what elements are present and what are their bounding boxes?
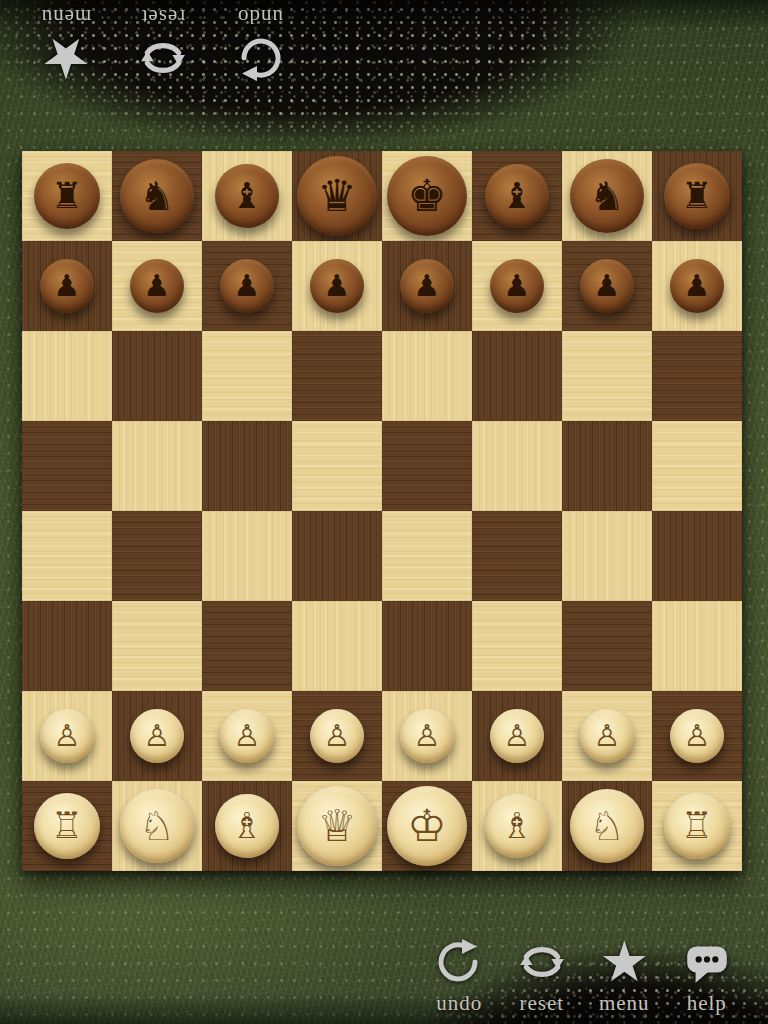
white-pawn[interactable]: ♙ [580, 709, 634, 763]
square-f5[interactable] [472, 421, 562, 511]
white-pawn[interactable]: ♙ [670, 709, 724, 763]
square-c6[interactable] [202, 331, 292, 421]
reset-icon [510, 934, 574, 990]
square-g6[interactable] [562, 331, 652, 421]
square-d4[interactable] [292, 511, 382, 601]
square-e1[interactable]: ♔ [382, 781, 472, 871]
black-bishop[interactable]: ♝ [215, 164, 279, 228]
square-c8[interactable]: ♝ [202, 151, 292, 241]
black-knight[interactable]: ♞ [570, 159, 644, 233]
undo-button-label: undo [436, 991, 482, 1016]
square-f1[interactable]: ♗ [472, 781, 562, 871]
white-knight[interactable]: ♘ [570, 789, 644, 863]
square-e8[interactable]: ♚ [382, 151, 472, 241]
undo-button-opponent[interactable]: undo [218, 0, 302, 86]
app-screen: ★ menu reset [0, 0, 768, 1024]
square-d5[interactable] [292, 421, 382, 511]
square-a7[interactable]: ♟ [22, 241, 112, 331]
white-rook[interactable]: ♖ [34, 793, 100, 859]
square-b4[interactable] [112, 511, 202, 601]
star-icon: ★ [592, 934, 656, 990]
black-bishop[interactable]: ♝ [485, 164, 549, 228]
square-h5[interactable] [652, 421, 742, 511]
square-d6[interactable] [292, 331, 382, 421]
white-pawn[interactable]: ♙ [130, 709, 184, 763]
white-bishop[interactable]: ♗ [485, 794, 549, 858]
square-g3[interactable] [562, 601, 652, 691]
chess-board: ♜♞♝♛♚♝♞♜♟♟♟♟♟♟♟♟♙♙♙♙♙♙♙♙♖♘♗♕♔♗♘♖ [22, 151, 742, 871]
square-c3[interactable] [202, 601, 292, 691]
square-f7[interactable]: ♟ [472, 241, 562, 331]
square-g2[interactable]: ♙ [562, 691, 652, 781]
square-a4[interactable] [22, 511, 112, 601]
square-g1[interactable]: ♘ [562, 781, 652, 871]
reset-button[interactable]: reset [501, 934, 584, 1022]
black-king[interactable]: ♚ [387, 156, 467, 236]
square-h8[interactable]: ♜ [652, 151, 742, 241]
black-pawn[interactable]: ♟ [310, 259, 364, 313]
white-bishop[interactable]: ♗ [215, 794, 279, 858]
square-c4[interactable] [202, 511, 292, 601]
square-h1[interactable]: ♖ [652, 781, 742, 871]
square-d1[interactable]: ♕ [292, 781, 382, 871]
undo-button[interactable]: undo [418, 934, 501, 1022]
black-pawn[interactable]: ♟ [220, 259, 274, 313]
square-c5[interactable] [202, 421, 292, 511]
square-f4[interactable] [472, 511, 562, 601]
reset-button-opponent[interactable]: reset [121, 0, 205, 86]
reset-button-label: reset [141, 4, 186, 29]
black-pawn[interactable]: ♟ [490, 259, 544, 313]
square-e6[interactable] [382, 331, 472, 421]
square-a1[interactable]: ♖ [22, 781, 112, 871]
menu-button[interactable]: ★ menu [583, 934, 666, 1022]
square-g8[interactable]: ♞ [562, 151, 652, 241]
square-a6[interactable] [22, 331, 112, 421]
help-button[interactable]: help [666, 934, 749, 1022]
star-icon: ★ [34, 30, 98, 86]
black-rook[interactable]: ♜ [34, 163, 100, 229]
square-a8[interactable]: ♜ [22, 151, 112, 241]
square-f8[interactable]: ♝ [472, 151, 562, 241]
undo-icon [228, 30, 292, 86]
square-h2[interactable]: ♙ [652, 691, 742, 781]
square-e5[interactable] [382, 421, 472, 511]
square-d7[interactable]: ♟ [292, 241, 382, 331]
square-h3[interactable] [652, 601, 742, 691]
black-rook[interactable]: ♜ [664, 163, 730, 229]
white-pawn[interactable]: ♙ [220, 709, 274, 763]
square-f2[interactable]: ♙ [472, 691, 562, 781]
square-d8[interactable]: ♛ [292, 151, 382, 241]
square-e2[interactable]: ♙ [382, 691, 472, 781]
square-c2[interactable]: ♙ [202, 691, 292, 781]
white-pawn[interactable]: ♙ [490, 709, 544, 763]
square-c7[interactable]: ♟ [202, 241, 292, 331]
square-d3[interactable] [292, 601, 382, 691]
white-pawn[interactable]: ♙ [310, 709, 364, 763]
square-h4[interactable] [652, 511, 742, 601]
square-h6[interactable] [652, 331, 742, 421]
white-queen[interactable]: ♕ [297, 786, 377, 866]
square-e4[interactable] [382, 511, 472, 601]
square-b8[interactable]: ♞ [112, 151, 202, 241]
square-g7[interactable]: ♟ [562, 241, 652, 331]
square-h7[interactable]: ♟ [652, 241, 742, 331]
square-b2[interactable]: ♙ [112, 691, 202, 781]
undo-button-label: undo [237, 4, 283, 29]
black-knight[interactable]: ♞ [120, 159, 194, 233]
black-pawn[interactable]: ♟ [40, 259, 94, 313]
square-a5[interactable] [22, 421, 112, 511]
black-queen[interactable]: ♛ [297, 156, 377, 236]
white-knight[interactable]: ♘ [120, 789, 194, 863]
square-a2[interactable]: ♙ [22, 691, 112, 781]
square-a3[interactable] [22, 601, 112, 691]
black-pawn[interactable]: ♟ [400, 259, 454, 313]
undo-icon [427, 934, 491, 990]
square-e3[interactable] [382, 601, 472, 691]
white-king[interactable]: ♔ [387, 786, 467, 866]
square-b3[interactable] [112, 601, 202, 691]
player-controls: undo reset ★ menu [418, 934, 748, 1022]
square-g4[interactable] [562, 511, 652, 601]
square-e7[interactable]: ♟ [382, 241, 472, 331]
menu-button-label: menu [599, 991, 650, 1016]
square-f6[interactable] [472, 331, 562, 421]
square-b6[interactable] [112, 331, 202, 421]
square-b1[interactable]: ♘ [112, 781, 202, 871]
square-c1[interactable]: ♗ [202, 781, 292, 871]
white-pawn[interactable]: ♙ [400, 709, 454, 763]
black-pawn[interactable]: ♟ [670, 259, 724, 313]
black-pawn[interactable]: ♟ [580, 259, 634, 313]
black-pawn[interactable]: ♟ [130, 259, 184, 313]
white-rook[interactable]: ♖ [664, 793, 730, 859]
help-icon [675, 934, 739, 990]
menu-button-opponent[interactable]: ★ menu [24, 0, 108, 86]
square-g5[interactable] [562, 421, 652, 511]
reset-button-label: reset [519, 991, 564, 1016]
reset-icon [131, 30, 195, 86]
help-button-label: help [687, 991, 727, 1016]
square-f3[interactable] [472, 601, 562, 691]
opponent-controls: ★ menu reset [24, 0, 302, 86]
square-b5[interactable] [112, 421, 202, 511]
white-pawn[interactable]: ♙ [40, 709, 94, 763]
square-b7[interactable]: ♟ [112, 241, 202, 331]
square-d2[interactable]: ♙ [292, 691, 382, 781]
